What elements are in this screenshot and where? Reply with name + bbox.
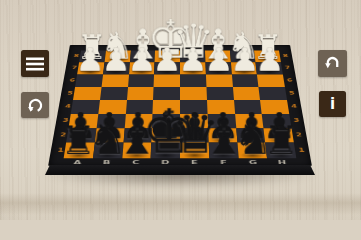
- menu-button[interactable]: [21, 50, 49, 77]
- file-label-c: C: [121, 159, 151, 165]
- square-f5[interactable]: [206, 87, 233, 100]
- black-bishop[interactable]: ♝: [113, 118, 159, 157]
- rank-label-6-left: 6: [66, 78, 79, 82]
- info-icon: i: [330, 97, 335, 112]
- board-near-edge: [45, 165, 315, 175]
- background-watermark-band: [0, 193, 361, 215]
- square-d6[interactable]: [154, 74, 180, 87]
- rank-label-6-right: 6: [283, 78, 296, 82]
- rank-label-5-right: 5: [285, 91, 299, 95]
- undo-button[interactable]: [318, 50, 347, 77]
- square-c6[interactable]: [128, 74, 155, 87]
- square-e6[interactable]: [180, 74, 206, 87]
- rank-label-5-left: 5: [63, 91, 77, 95]
- undo-arrow-icon: [322, 53, 343, 74]
- chess-board[interactable]: ♜♞♝♚♛♝♞♜♟♟♟♟♟♟♟♟♟♟♟♟♟♟♟♟♜♞♝♚♛♝♞♜ABCDEFGH…: [48, 45, 312, 166]
- square-c1[interactable]: ♝: [122, 143, 152, 158]
- square-a5[interactable]: [73, 87, 101, 100]
- square-b5[interactable]: [100, 87, 128, 100]
- file-label-d: D: [151, 159, 180, 165]
- info-button[interactable]: i: [319, 91, 346, 117]
- square-f1[interactable]: ♝: [208, 143, 238, 158]
- square-g5[interactable]: [232, 87, 260, 100]
- square-f6[interactable]: [206, 74, 233, 87]
- square-a6[interactable]: [75, 74, 103, 87]
- square-h5[interactable]: [259, 87, 287, 100]
- restart-button[interactable]: [21, 92, 49, 118]
- square-h6[interactable]: [257, 74, 285, 87]
- square-h7[interactable]: ♟: [256, 62, 283, 74]
- file-label-h: H: [267, 159, 297, 165]
- restart-rotate-icon: [25, 95, 46, 116]
- file-label-f: F: [209, 159, 239, 165]
- file-label-e: E: [180, 159, 209, 165]
- black-bishop[interactable]: ♝: [200, 118, 246, 157]
- hamburger-menu-icon: [26, 57, 44, 71]
- square-g6[interactable]: [231, 74, 258, 87]
- file-label-g: G: [238, 159, 268, 165]
- file-label-a: A: [62, 159, 92, 165]
- square-b6[interactable]: [101, 74, 128, 87]
- white-pawn[interactable]: ♟: [249, 47, 290, 74]
- file-label-b: B: [92, 159, 122, 165]
